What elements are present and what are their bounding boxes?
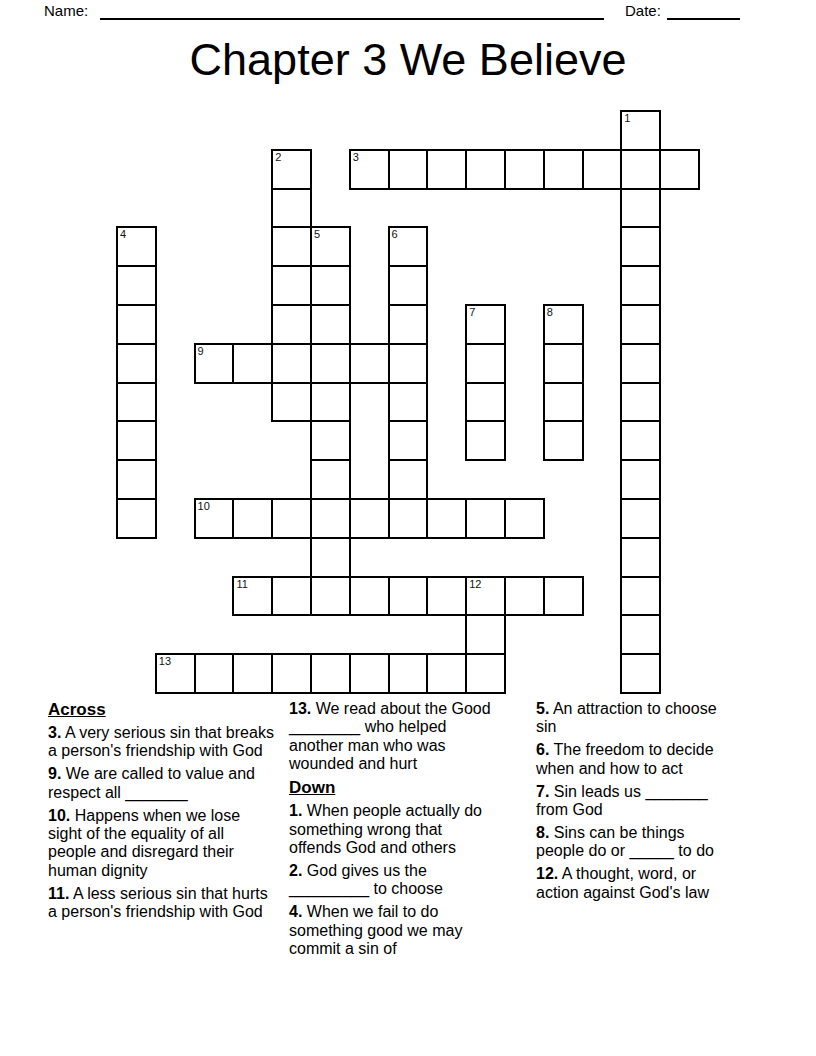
- down-clue-5-number: 5.: [536, 700, 549, 717]
- grid-cell-r4c7[interactable]: [388, 265, 429, 306]
- grid-cell-r14c3[interactable]: [232, 653, 273, 694]
- grid-cell-r10c9[interactable]: [465, 498, 506, 539]
- cell-number-6: 6: [392, 228, 398, 241]
- grid-cell-r10c0[interactable]: [116, 498, 157, 539]
- grid-cell-r7c7[interactable]: [388, 382, 429, 423]
- grid-cell-r12c6[interactable]: [349, 576, 390, 617]
- grid-cell-r5c11[interactable]: 8: [543, 304, 584, 345]
- grid-cell-r14c5[interactable]: [310, 653, 351, 694]
- grid-cell-r11c5[interactable]: [310, 537, 351, 578]
- grid-cell-r6c0[interactable]: [116, 343, 157, 384]
- cell-number-12: 12: [469, 578, 481, 591]
- grid-cell-r14c2[interactable]: [194, 653, 235, 694]
- grid-cell-r12c5[interactable]: [310, 576, 351, 617]
- grid-cell-r10c8[interactable]: [426, 498, 467, 539]
- grid-cell-r4c4[interactable]: [271, 265, 312, 306]
- grid-cell-r6c4[interactable]: [271, 343, 312, 384]
- grid-cell-r9c5[interactable]: [310, 459, 351, 500]
- grid-cell-r14c7[interactable]: [388, 653, 429, 694]
- grid-cell-r3c7[interactable]: 6: [388, 226, 429, 267]
- grid-cell-r1c7[interactable]: [388, 149, 429, 190]
- across-clue-11-number: 11.: [48, 885, 69, 902]
- grid-cell-r12c11[interactable]: [543, 576, 584, 617]
- down-heading: Down: [289, 778, 492, 797]
- grid-cell-r14c6[interactable]: [349, 653, 390, 694]
- cell-number-10: 10: [198, 500, 210, 513]
- clue-column-2: 13. We read about the Good ________ who …: [289, 700, 492, 963]
- grid-cell-r8c0[interactable]: [116, 420, 157, 461]
- grid-cell-r6c6[interactable]: [349, 343, 390, 384]
- across-clue-9: 9. We are called to value and respect al…: [48, 765, 274, 802]
- grid-cell-r14c13[interactable]: [620, 653, 661, 694]
- grid-cell-r13c13[interactable]: [620, 614, 661, 655]
- grid-cell-r11c13[interactable]: [620, 537, 661, 578]
- crossword-grid: 12345678910111213: [117, 111, 699, 693]
- cell-number-4: 4: [120, 228, 126, 241]
- grid-cell-r8c5[interactable]: [310, 420, 351, 461]
- cell-number-1: 1: [624, 112, 630, 125]
- grid-cell-r9c0[interactable]: [116, 459, 157, 500]
- grid-cell-r10c2[interactable]: 10: [194, 498, 235, 539]
- down-clue-1: 1. When people actually do something wro…: [289, 802, 492, 857]
- cell-number-7: 7: [469, 306, 475, 319]
- down-clue-12-number: 12.: [536, 865, 558, 882]
- grid-cell-r8c13[interactable]: [620, 420, 661, 461]
- grid-cell-r3c4[interactable]: [271, 226, 312, 267]
- grid-cell-r3c5[interactable]: 5: [310, 226, 351, 267]
- grid-cell-r12c7[interactable]: [388, 576, 429, 617]
- cell-number-13: 13: [159, 655, 171, 668]
- grid-cell-r12c13[interactable]: [620, 576, 661, 617]
- grid-cell-r1c9[interactable]: [465, 149, 506, 190]
- grid-cell-r10c3[interactable]: [232, 498, 273, 539]
- grid-cell-r1c12[interactable]: [582, 149, 623, 190]
- grid-cell-r14c9[interactable]: [465, 653, 506, 694]
- down-clue-6-number: 6.: [536, 741, 549, 758]
- cell-number-5: 5: [314, 228, 320, 241]
- grid-cell-r6c13[interactable]: [620, 343, 661, 384]
- across-clue-13: 13. We read about the Good ________ who …: [289, 700, 492, 774]
- grid-cell-r10c5[interactable]: [310, 498, 351, 539]
- down-clues-list-cont: 5. An attraction to choose sin6. The fre…: [536, 700, 722, 902]
- down-clue-4: 4. When we fail to do something good we …: [289, 903, 492, 958]
- down-clue-8: 8. Sins can be things people do or _____…: [536, 824, 722, 861]
- grid-cell-r7c13[interactable]: [620, 382, 661, 423]
- down-clue-7-number: 7.: [536, 783, 549, 800]
- down-clue-6: 6. The freedom to decide when and how to…: [536, 741, 722, 778]
- grid-cell-r4c5[interactable]: [310, 265, 351, 306]
- down-clue-8-number: 8.: [536, 824, 549, 841]
- grid-cell-r12c9[interactable]: 12: [465, 576, 506, 617]
- grid-cell-r6c9[interactable]: [465, 343, 506, 384]
- across-clue-10: 10. Happens when we lose sight of the eq…: [48, 807, 274, 881]
- grid-cell-r3c0[interactable]: 4: [116, 226, 157, 267]
- cell-number-2: 2: [275, 151, 281, 164]
- cell-number-3: 3: [353, 151, 359, 164]
- grid-cell-r1c13[interactable]: [620, 149, 661, 190]
- grid-cell-r4c13[interactable]: [620, 265, 661, 306]
- grid-cell-r6c5[interactable]: [310, 343, 351, 384]
- page-title: Chapter 3 We Believe: [0, 34, 816, 86]
- down-clue-4-number: 4.: [289, 903, 302, 920]
- grid-cell-r7c11[interactable]: [543, 382, 584, 423]
- across-clue-9-number: 9.: [48, 765, 61, 782]
- across-clues-list-cont: 13. We read about the Good ________ who …: [289, 700, 492, 774]
- grid-cell-r5c4[interactable]: [271, 304, 312, 345]
- grid-cell-r12c8[interactable]: [426, 576, 467, 617]
- grid-cell-r1c10[interactable]: [504, 149, 545, 190]
- down-clue-2-number: 2.: [289, 862, 302, 879]
- grid-cell-r7c4[interactable]: [271, 382, 312, 423]
- grid-cell-r5c0[interactable]: [116, 304, 157, 345]
- name-label: Name:: [44, 2, 88, 19]
- grid-cell-r5c9[interactable]: 7: [465, 304, 506, 345]
- grid-cell-r1c14[interactable]: [659, 149, 700, 190]
- across-heading: Across: [48, 700, 274, 719]
- grid-cell-r3c13[interactable]: [620, 226, 661, 267]
- grid-cell-r8c9[interactable]: [465, 420, 506, 461]
- grid-cell-r8c7[interactable]: [388, 420, 429, 461]
- grid-cell-r4c0[interactable]: [116, 265, 157, 306]
- down-clue-2: 2. God gives us the _________ to choose: [289, 862, 492, 899]
- across-clue-11: 11. A less serious sin that hurts a pers…: [48, 885, 274, 922]
- grid-cell-r14c4[interactable]: [271, 653, 312, 694]
- grid-cell-r6c2[interactable]: 9: [194, 343, 235, 384]
- name-blank-line[interactable]: [100, 18, 604, 20]
- grid-cell-r5c7[interactable]: [388, 304, 429, 345]
- grid-cell-r9c7[interactable]: [388, 459, 429, 500]
- across-clue-3-number: 3.: [48, 724, 61, 741]
- grid-cell-r13c9[interactable]: [465, 614, 506, 655]
- grid-cell-r7c5[interactable]: [310, 382, 351, 423]
- grid-cell-r8c11[interactable]: [543, 420, 584, 461]
- grid-cell-r7c9[interactable]: [465, 382, 506, 423]
- grid-cell-r2c4[interactable]: [271, 188, 312, 229]
- across-clue-3: 3. A very serious sin that breaks a pers…: [48, 724, 274, 761]
- grid-cell-r7c0[interactable]: [116, 382, 157, 423]
- down-clue-7: 7. Sin leads us _______ from God: [536, 783, 722, 820]
- grid-cell-r10c13[interactable]: [620, 498, 661, 539]
- grid-cell-r9c13[interactable]: [620, 459, 661, 500]
- date-label: Date:: [625, 2, 661, 19]
- grid-cell-r1c6[interactable]: 3: [349, 149, 390, 190]
- cell-number-8: 8: [547, 306, 553, 319]
- grid-cell-r10c6[interactable]: [349, 498, 390, 539]
- cell-number-11: 11: [236, 578, 247, 591]
- grid-cell-r12c10[interactable]: [504, 576, 545, 617]
- grid-cell-r12c4[interactable]: [271, 576, 312, 617]
- clue-column-1: Across 3. A very serious sin that breaks…: [48, 700, 274, 926]
- grid-cell-r14c1[interactable]: 13: [155, 653, 196, 694]
- cell-number-9: 9: [198, 345, 204, 358]
- down-clue-1-number: 1.: [289, 802, 302, 819]
- across-clue-13-number: 13.: [289, 700, 311, 717]
- grid-cell-r1c4[interactable]: 2: [271, 149, 312, 190]
- grid-cell-r5c5[interactable]: [310, 304, 351, 345]
- grid-cell-r12c3[interactable]: 11: [232, 576, 273, 617]
- grid-cell-r10c7[interactable]: [388, 498, 429, 539]
- grid-cell-r1c8[interactable]: [426, 149, 467, 190]
- grid-cell-r10c10[interactable]: [504, 498, 545, 539]
- across-clues-list: 3. A very serious sin that breaks a pers…: [48, 724, 274, 922]
- grid-cell-r2c13[interactable]: [620, 188, 661, 229]
- grid-cell-r14c8[interactable]: [426, 653, 467, 694]
- down-clue-5: 5. An attraction to choose sin: [536, 700, 722, 737]
- down-clues-list: 1. When people actually do something wro…: [289, 802, 492, 958]
- across-clue-10-number: 10.: [48, 807, 70, 824]
- grid-cell-r0c13[interactable]: 1: [620, 110, 661, 151]
- grid-cell-r10c4[interactable]: [271, 498, 312, 539]
- grid-cell-r6c11[interactable]: [543, 343, 584, 384]
- down-clue-12: 12. A thought, word, or action against G…: [536, 865, 722, 902]
- grid-cell-r1c11[interactable]: [543, 149, 584, 190]
- clue-column-3: 5. An attraction to choose sin6. The fre…: [536, 700, 722, 907]
- grid-cell-r6c3[interactable]: [232, 343, 273, 384]
- grid-cell-r6c7[interactable]: [388, 343, 429, 384]
- grid-cell-r5c13[interactable]: [620, 304, 661, 345]
- date-blank-line[interactable]: [667, 18, 740, 20]
